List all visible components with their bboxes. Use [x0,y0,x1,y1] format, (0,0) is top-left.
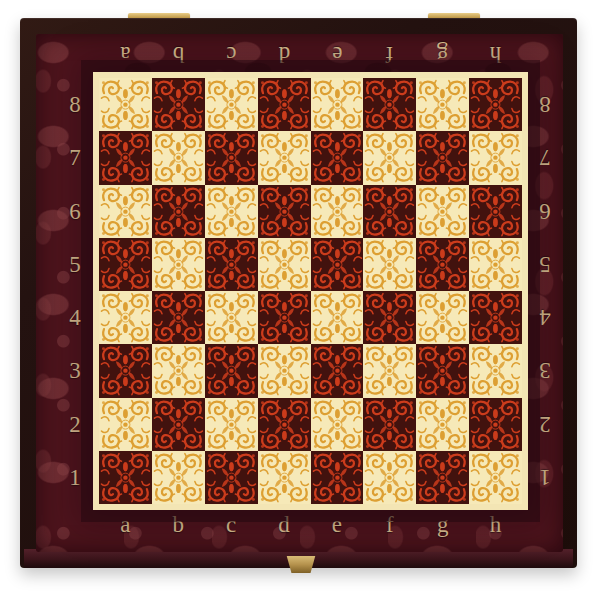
square-d1[interactable] [258,451,311,504]
damask-tile-icon [311,78,364,131]
damask-tile-icon [363,78,416,131]
damask-tile-icon [469,451,522,504]
square-h6[interactable] [469,185,522,238]
damask-tile-icon [152,131,205,184]
damask-tile-icon [152,291,205,344]
damask-tile-icon [363,291,416,344]
damask-tile-icon [152,344,205,397]
square-c7[interactable] [205,131,258,184]
square-d2[interactable] [258,398,311,451]
square-g1[interactable] [416,451,469,504]
square-b6[interactable] [152,185,205,238]
damask-tile-icon [258,291,311,344]
damask-tile-icon [469,398,522,451]
square-a4[interactable] [99,291,152,344]
file-label-h: h [469,40,522,70]
square-f6[interactable] [363,185,416,238]
square-h3[interactable] [469,344,522,397]
damask-tile-icon [416,398,469,451]
square-g2[interactable] [416,398,469,451]
damask-tile-icon [152,398,205,451]
square-c2[interactable] [205,398,258,451]
square-a1[interactable] [99,451,152,504]
damask-tile-icon [258,185,311,238]
square-d3[interactable] [258,344,311,397]
damask-tile-icon [416,131,469,184]
rank-label-2: 2 [58,398,92,451]
rank-label-6: 6 [58,185,92,238]
square-a5[interactable] [99,238,152,291]
file-label-g: g [416,509,469,539]
damask-tile-icon [99,238,152,291]
square-e2[interactable] [311,398,364,451]
square-g4[interactable] [416,291,469,344]
damask-tile-icon [99,291,152,344]
damask-tile-icon [311,131,364,184]
square-f7[interactable] [363,131,416,184]
square-h5[interactable] [469,238,522,291]
damask-tile-icon [99,185,152,238]
file-label-a: a [99,509,152,539]
damask-tile-icon [205,238,258,291]
damask-tile-icon [416,78,469,131]
damask-tile-icon [416,291,469,344]
damask-tile-icon [258,344,311,397]
damask-tile-icon [99,344,152,397]
photo-background: abcdefgh abcdefgh 87654321 87654321 [0,0,600,600]
square-a7[interactable] [99,131,152,184]
damask-tile-icon [258,131,311,184]
rank-label-2: 2 [528,398,562,451]
square-a6[interactable] [99,185,152,238]
clasp-icon [284,556,318,573]
square-g3[interactable] [416,344,469,397]
file-label-g: g [416,40,469,70]
rank-label-6: 6 [528,185,562,238]
square-e8[interactable] [311,78,364,131]
square-b3[interactable] [152,344,205,397]
square-c6[interactable] [205,185,258,238]
rank-label-4: 4 [528,291,562,344]
square-f5[interactable] [363,238,416,291]
square-f2[interactable] [363,398,416,451]
damask-tile-icon [363,185,416,238]
square-e6[interactable] [311,185,364,238]
damask-tile-icon [416,344,469,397]
chess-board [99,78,522,504]
square-b1[interactable] [152,451,205,504]
square-c5[interactable] [205,238,258,291]
damask-tile-icon [416,451,469,504]
square-b8[interactable] [152,78,205,131]
square-g5[interactable] [416,238,469,291]
rank-label-7: 7 [528,131,562,184]
damask-tile-icon [416,238,469,291]
square-f1[interactable] [363,451,416,504]
damask-tile-icon [469,291,522,344]
square-d7[interactable] [258,131,311,184]
damask-tile-icon [311,398,364,451]
damask-tile-icon [205,78,258,131]
damask-tile-icon [152,451,205,504]
square-b5[interactable] [152,238,205,291]
square-e1[interactable] [311,451,364,504]
square-b7[interactable] [152,131,205,184]
damask-tile-icon [99,398,152,451]
damask-tile-icon [363,238,416,291]
square-f4[interactable] [363,291,416,344]
rank-label-3: 3 [528,344,562,397]
rank-labels-right: 87654321 [528,78,562,504]
damask-tile-icon [363,451,416,504]
damask-tile-icon [311,185,364,238]
square-h2[interactable] [469,398,522,451]
damask-tile-icon [99,131,152,184]
damask-tile-icon [205,131,258,184]
square-b4[interactable] [152,291,205,344]
damask-tile-icon [469,78,522,131]
rank-label-8: 8 [528,78,562,131]
damask-tile-icon [311,238,364,291]
damask-tile-icon [258,398,311,451]
square-e3[interactable] [311,344,364,397]
square-a8[interactable] [99,78,152,131]
rank-label-1: 1 [58,451,92,504]
damask-tile-icon [258,238,311,291]
square-b2[interactable] [152,398,205,451]
square-h8[interactable] [469,78,522,131]
square-d4[interactable] [258,291,311,344]
damask-tile-icon [152,185,205,238]
damask-tile-icon [205,291,258,344]
file-labels-bottom: abcdefgh [99,509,522,539]
damask-tile-icon [152,238,205,291]
square-a3[interactable] [99,344,152,397]
damask-tile-icon [205,185,258,238]
damask-tile-icon [99,451,152,504]
square-d6[interactable] [258,185,311,238]
rank-label-5: 5 [528,238,562,291]
damask-tile-icon [363,398,416,451]
square-c4[interactable] [205,291,258,344]
damask-tile-icon [258,451,311,504]
square-a2[interactable] [99,398,152,451]
rank-labels-left: 87654321 [58,78,92,504]
damask-tile-icon [469,185,522,238]
damask-tile-icon [311,451,364,504]
file-label-b: b [152,40,205,70]
square-h7[interactable] [469,131,522,184]
file-label-e: e [311,509,364,539]
rank-label-3: 3 [58,344,92,397]
square-g6[interactable] [416,185,469,238]
rank-label-7: 7 [58,131,92,184]
square-g8[interactable] [416,78,469,131]
damask-tile-icon [258,78,311,131]
damask-tile-icon [416,185,469,238]
square-e4[interactable] [311,291,364,344]
damask-tile-icon [469,238,522,291]
file-label-d: d [258,509,311,539]
file-label-c: c [205,40,258,70]
damask-tile-icon [205,398,258,451]
square-h4[interactable] [469,291,522,344]
board-frame [93,72,528,510]
damask-tile-icon [99,78,152,131]
damask-tile-icon [469,131,522,184]
damask-tile-icon [205,344,258,397]
damask-tile-icon [363,131,416,184]
file-label-d: d [258,40,311,70]
rank-label-8: 8 [58,78,92,131]
damask-tile-icon [311,344,364,397]
square-e5[interactable] [311,238,364,291]
square-c1[interactable] [205,451,258,504]
file-label-c: c [205,509,258,539]
file-label-a: a [99,40,152,70]
file-labels-top: abcdefgh [99,40,522,70]
file-label-e: e [311,40,364,70]
damask-tile-icon [469,344,522,397]
damask-tile-icon [363,344,416,397]
square-d5[interactable] [258,238,311,291]
square-g7[interactable] [416,131,469,184]
file-label-h: h [469,509,522,539]
square-f8[interactable] [363,78,416,131]
damask-tile-icon [152,78,205,131]
damask-tile-icon [311,291,364,344]
damask-tile-icon [205,451,258,504]
square-h1[interactable] [469,451,522,504]
square-f3[interactable] [363,344,416,397]
square-d8[interactable] [258,78,311,131]
square-c8[interactable] [205,78,258,131]
file-label-f: f [363,40,416,70]
rank-label-1: 1 [528,451,562,504]
square-e7[interactable] [311,131,364,184]
file-label-f: f [363,509,416,539]
square-c3[interactable] [205,344,258,397]
rank-label-4: 4 [58,291,92,344]
rank-label-5: 5 [58,238,92,291]
file-label-b: b [152,509,205,539]
